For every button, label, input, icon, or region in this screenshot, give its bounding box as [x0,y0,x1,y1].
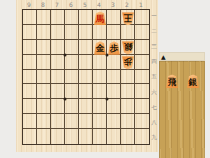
sente-indicator-icon: ▲ [161,52,166,61]
board-cell[interactable] [23,55,37,70]
file-label: 7 [50,0,64,9]
rank-label: 二 [150,24,158,39]
file-labels: 987654321 [22,0,148,9]
gote-piece[interactable]: 銀 [121,40,135,55]
board-cell[interactable] [51,10,65,25]
hand-header: ▲ [159,52,205,61]
board-cell[interactable] [107,99,121,114]
gote-piece[interactable]: 王 [121,10,135,25]
file-label: 8 [36,0,50,9]
koma-shape: 歩 [108,41,120,54]
board-cell[interactable] [135,25,149,40]
board-cell[interactable] [107,70,121,85]
piece-glyph: 歩 [122,57,134,67]
board-cell[interactable] [65,10,79,25]
board-cell[interactable] [79,55,93,70]
piece-glyph: 飛 [166,77,178,87]
board-cell[interactable] [135,70,149,85]
board-grid[interactable]: 馬王金歩銀歩 [22,9,150,145]
board-cell[interactable] [65,99,79,114]
board-cell[interactable] [107,25,121,40]
rank-label: 六 [150,85,158,100]
board-cell[interactable] [23,114,37,129]
board-cell[interactable] [23,25,37,40]
board-cell[interactable] [79,99,93,114]
board-cell[interactable] [37,129,51,144]
board-cell[interactable] [23,84,37,99]
board-cell[interactable] [121,25,135,40]
board-cell[interactable] [135,84,149,99]
shogi-board: 987654321 馬王金歩銀歩 一二三四五六七八九 [16,0,158,152]
hand-piece[interactable]: 飛 [165,73,179,88]
rank-label: 九 [150,130,158,145]
koma-shape: 金 [94,41,106,54]
board-cell[interactable] [107,55,121,70]
board-cell[interactable] [93,99,107,114]
file-label: 9 [22,0,36,9]
board-cell[interactable] [51,99,65,114]
star-point-icon [106,98,109,101]
board-cell[interactable] [135,55,149,70]
board-cell[interactable] [51,25,65,40]
hand-piece[interactable]: 銀 [186,73,200,88]
board-cell[interactable] [79,40,93,55]
board-cell[interactable] [79,84,93,99]
board-cell[interactable] [135,114,149,129]
board-cell[interactable] [121,84,135,99]
board-cell[interactable] [93,70,107,85]
board-cell[interactable] [93,129,107,144]
board-cell[interactable] [121,99,135,114]
board-cell[interactable] [51,114,65,129]
board-cell[interactable] [65,25,79,40]
board-cell[interactable] [107,114,121,129]
board-cell[interactable] [23,99,37,114]
board-cell[interactable] [135,99,149,114]
board-cell[interactable] [65,84,79,99]
board-cell[interactable] [121,129,135,144]
sente-piece[interactable]: 歩 [107,40,121,55]
star-point-icon [64,98,67,101]
sente-hand-panel: ▲ 飛銀 [159,52,205,151]
board-cell[interactable] [93,114,107,129]
board-cell[interactable] [79,70,93,85]
board-cell[interactable] [23,129,37,144]
koma-shape: 銀 [187,75,199,88]
sente-piece[interactable]: 金 [93,40,107,55]
board-cell[interactable] [51,84,65,99]
board-cell[interactable] [23,70,37,85]
board-cell[interactable] [37,55,51,70]
file-label: 2 [120,0,134,9]
piece-glyph: 銀 [187,77,199,87]
board-cell[interactable] [23,40,37,55]
piece-glyph: 金 [94,43,106,53]
rank-label: 一 [150,9,158,24]
board-cell[interactable] [79,25,93,40]
board-cell[interactable] [135,129,149,144]
koma-shape: 馬 [94,12,106,25]
koma-shape: 王 [122,12,134,25]
gote-piece[interactable]: 歩 [121,55,135,70]
board-cell[interactable] [51,55,65,70]
sente-promoted-piece[interactable]: 馬 [93,10,107,25]
file-label: 1 [134,0,148,9]
board-cell[interactable] [135,10,149,25]
komadai[interactable]: 飛銀 [159,61,205,158]
board-cell[interactable] [121,70,135,85]
board-cell[interactable] [107,10,121,25]
board-cell[interactable] [37,40,51,55]
board-cell[interactable] [37,114,51,129]
board-cell[interactable] [37,84,51,99]
board-cell[interactable] [51,70,65,85]
board-cell[interactable] [51,40,65,55]
board-cell[interactable] [65,129,79,144]
board-cell[interactable] [51,129,65,144]
rank-label: 四 [150,54,158,69]
board-cell[interactable] [37,99,51,114]
board-cell[interactable] [93,84,107,99]
rank-label: 八 [150,115,158,130]
piece-glyph: 王 [122,13,134,23]
star-point-icon [64,53,67,56]
board-cell[interactable] [79,10,93,25]
file-label: 3 [106,0,120,9]
board-cell[interactable] [65,114,79,129]
board-cell[interactable] [93,55,107,70]
board-cell[interactable] [37,10,51,25]
rank-label: 三 [150,39,158,54]
file-label: 6 [64,0,78,9]
board-cell[interactable] [121,114,135,129]
board-cell[interactable] [37,25,51,40]
board-cell[interactable] [37,70,51,85]
piece-glyph: 歩 [108,43,120,53]
rank-labels: 一二三四五六七八九 [150,9,158,145]
piece-glyph: 銀 [122,42,134,52]
piece-glyph: 馬 [94,14,106,24]
board-cell[interactable] [79,129,93,144]
rank-label: 七 [150,100,158,115]
board-cell[interactable] [23,10,37,25]
shogi-app: 987654321 馬王金歩銀歩 一二三四五六七八九 ▲ 飛銀 [0,0,210,158]
koma-shape: 歩 [122,56,134,69]
board-cell[interactable] [107,84,121,99]
board-cell[interactable] [93,25,107,40]
board-cell[interactable] [135,40,149,55]
board-cell[interactable] [65,70,79,85]
koma-shape: 飛 [166,75,178,88]
board-cell[interactable] [65,55,79,70]
koma-shape: 銀 [122,41,134,54]
board-cell[interactable] [79,114,93,129]
rank-label: 五 [150,69,158,84]
file-label: 5 [78,0,92,9]
board-cell[interactable] [65,40,79,55]
board-cell[interactable] [107,129,121,144]
file-label: 4 [92,0,106,9]
